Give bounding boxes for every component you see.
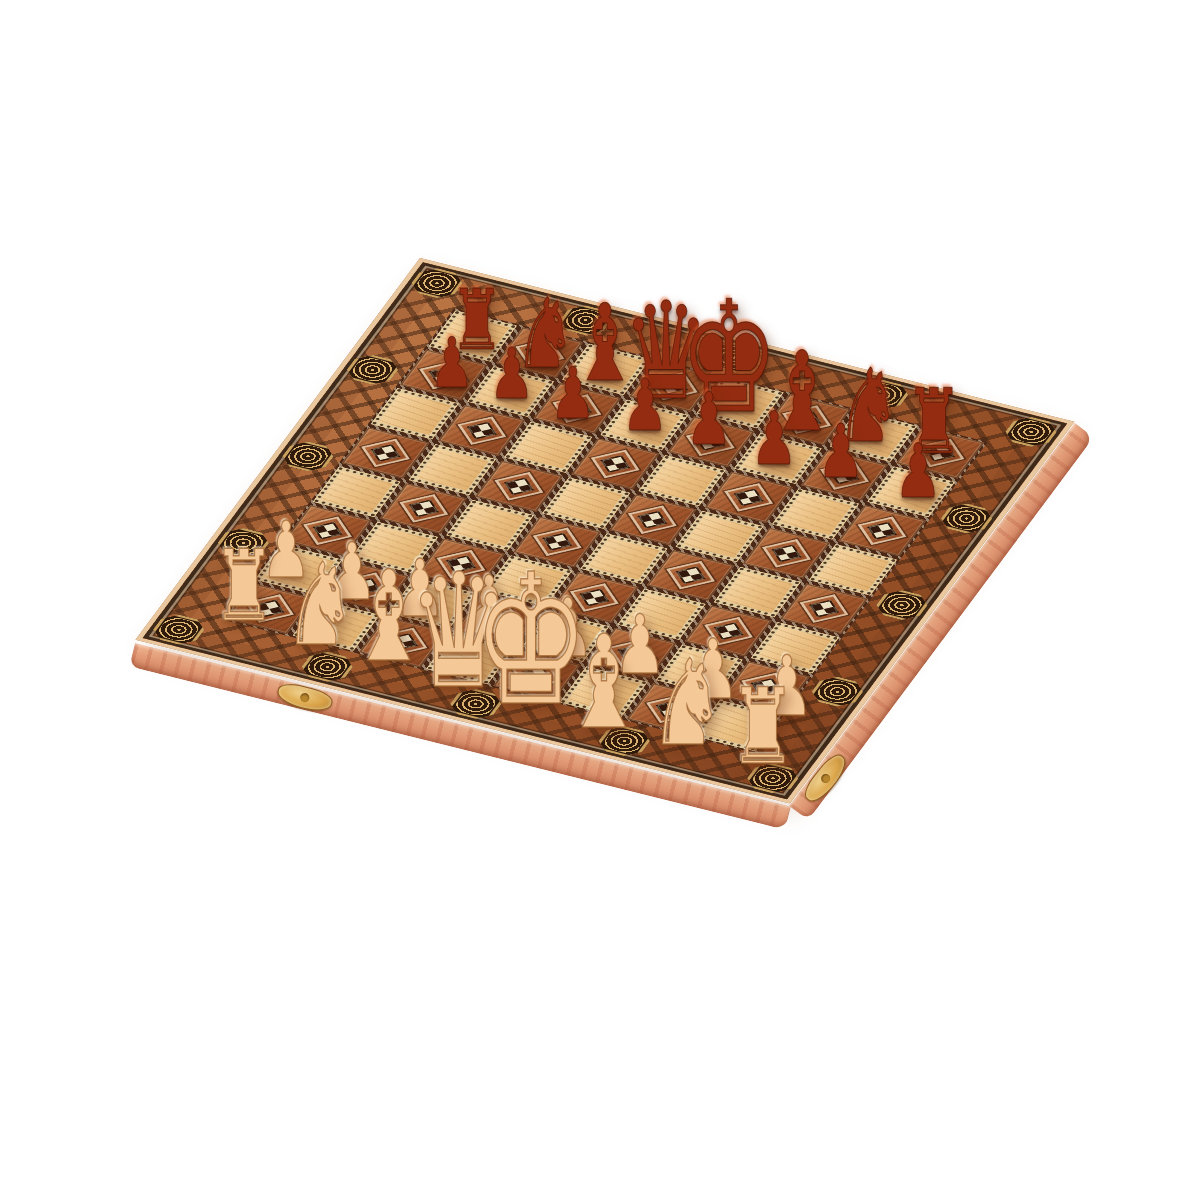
piece-red-pawn-h7: ♟ <box>884 435 951 510</box>
piece-red-pawn-d7: ♟ <box>613 370 677 442</box>
pawn-glyph: ♟ <box>685 382 732 455</box>
rook-glyph: ♜ <box>729 675 797 780</box>
frame-rosette-icon <box>1000 414 1063 450</box>
piece-red-pawn-a7: ♟ <box>421 328 483 398</box>
pawn-glyph: ♟ <box>489 339 534 409</box>
pawn-glyph: ♟ <box>622 370 668 442</box>
pawn-glyph: ♟ <box>429 328 474 398</box>
product-photo-scene: ♜♞♝♛♚♝♞♜♟♟♟♟♟♟♟♟♟♟♟♟♟♟♟♟♜♞♝♛♚♝♞♜ <box>0 0 1200 1200</box>
pawn-glyph: ♟ <box>750 402 797 475</box>
pawn-glyph: ♟ <box>550 358 596 429</box>
piece-white-rook-h1: ♜ <box>716 675 810 780</box>
frame-rosette-icon <box>871 587 934 623</box>
knight-glyph: ♞ <box>649 645 726 764</box>
piece-red-pawn-b7: ♟ <box>480 339 543 409</box>
pawn-glyph: ♟ <box>894 435 942 510</box>
piece-red-pawn-g7: ♟ <box>808 414 874 488</box>
piece-red-pawn-c7: ♟ <box>541 358 605 429</box>
piece-red-pawn-e7: ♟ <box>676 382 741 455</box>
rook-glyph: ♜ <box>212 537 275 635</box>
piece-red-pawn-f7: ♟ <box>741 402 807 475</box>
pawn-glyph: ♟ <box>817 414 865 488</box>
frame-rosette-icon <box>341 352 404 388</box>
frame-rosette-icon <box>277 438 340 474</box>
